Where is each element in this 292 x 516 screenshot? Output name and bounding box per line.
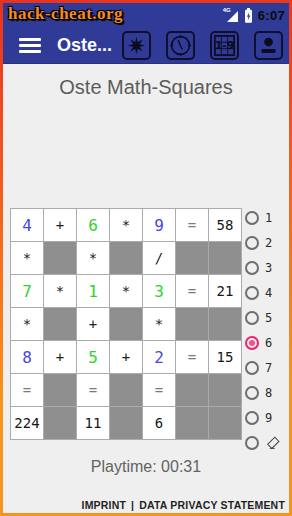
- grid-cell-r7c7: [209, 407, 241, 439]
- grid-cell-r6c2: [44, 374, 76, 406]
- grid-cell-r1c1[interactable]: 4: [11, 209, 43, 241]
- grid-cell-r5c7: 15: [209, 341, 241, 373]
- grid-cell-r7c1: 224: [11, 407, 43, 439]
- number-option-1[interactable]: 1: [245, 205, 281, 230]
- grid-cell-r7c4: [110, 407, 142, 439]
- svg-text:1-9: 1-9: [215, 39, 234, 51]
- grid-cell-r4c1: *: [11, 308, 43, 340]
- app-bar-actions: 1-9: [122, 31, 283, 60]
- option-label: 5: [265, 311, 272, 325]
- one-to-nine-grid-icon: 1-9: [213, 34, 236, 57]
- footer-links: IMPRINT|DATA PRIVACY STATEMENT: [82, 499, 285, 511]
- page-title: Oste Math-Squares: [3, 76, 289, 99]
- footer-separator: |: [131, 499, 134, 511]
- new-puzzle-button[interactable]: [122, 31, 151, 60]
- option-label: 1: [265, 211, 272, 225]
- grid-cell-r4c5: *: [143, 308, 175, 340]
- grid-cell-r6c7: [209, 374, 241, 406]
- number-option-6[interactable]: 6: [245, 330, 281, 355]
- grid-cell-r5c6: =: [176, 341, 208, 373]
- grid-cell-r2c1: *: [11, 242, 43, 274]
- eraser-icon: [265, 435, 281, 451]
- grid-cell-r3c4: *: [110, 275, 142, 307]
- grid-cell-r6c4: [110, 374, 142, 406]
- option-label: 2: [265, 236, 272, 250]
- grid-cell-r7c2: [44, 407, 76, 439]
- grid-cell-r3c1[interactable]: 7: [11, 275, 43, 307]
- option-label: 7: [265, 361, 272, 375]
- radio-icon[interactable]: [245, 286, 259, 300]
- starburst-icon: [126, 35, 147, 56]
- battery-icon: [243, 7, 254, 24]
- app-bar-title: Oste...: [57, 35, 112, 56]
- option-label: 3: [265, 261, 272, 275]
- grid-cell-r2c2: [44, 242, 76, 274]
- status-time: 6:07: [258, 8, 285, 23]
- radio-icon[interactable]: [245, 211, 259, 225]
- grid-cell-r7c3: 11: [77, 407, 109, 439]
- number-option-3[interactable]: 3: [245, 255, 281, 280]
- puzzle-grid: 4+6*9=58**/7*1*3=21*+*8+5+2=15===224116: [10, 208, 242, 440]
- grid-cell-r5c1[interactable]: 8: [11, 341, 43, 373]
- grid-cell-r1c3[interactable]: 6: [77, 209, 109, 241]
- playtime-button[interactable]: [166, 31, 195, 60]
- grid-cell-r2c5: /: [143, 242, 175, 274]
- grid-cell-r2c4: [110, 242, 142, 274]
- number-option-9[interactable]: 9: [245, 405, 281, 430]
- app-screen: hack-cheat.org 4G 6:07 Oste...: [0, 0, 292, 516]
- playtime-label: Playtime: 00:31: [3, 458, 289, 476]
- radio-icon[interactable]: [245, 261, 259, 275]
- grid-cell-r3c3[interactable]: 1: [77, 275, 109, 307]
- grid-cell-r5c4: +: [110, 341, 142, 373]
- eraser-option[interactable]: [245, 430, 281, 455]
- option-label: 8: [265, 386, 272, 400]
- grid-cell-r1c7: 58: [209, 209, 241, 241]
- status-icons: 4G 6:07: [224, 3, 285, 27]
- number-option-5[interactable]: 5: [245, 305, 281, 330]
- grid-cell-r1c4: *: [110, 209, 142, 241]
- option-label: 9: [265, 411, 272, 425]
- radio-selected-icon[interactable]: [245, 336, 259, 350]
- grid-cell-r2c3: *: [77, 242, 109, 274]
- person-icon: [258, 35, 279, 56]
- grid-cell-r4c3: +: [77, 308, 109, 340]
- grid-cell-r5c3[interactable]: 5: [77, 341, 109, 373]
- watermark-text: hack-cheat.org: [8, 4, 123, 24]
- radio-icon[interactable]: [245, 361, 259, 375]
- grid-cell-r6c6: [176, 374, 208, 406]
- grid-cell-r4c2: [44, 308, 76, 340]
- grid-cell-r5c2: +: [44, 341, 76, 373]
- digits-button[interactable]: 1-9: [210, 31, 239, 60]
- clock-icon: [169, 34, 192, 57]
- number-option-4[interactable]: 4: [245, 280, 281, 305]
- grid-cell-r1c6: =: [176, 209, 208, 241]
- grid-cell-r4c6: [176, 308, 208, 340]
- app-bar: Oste...: [3, 27, 289, 64]
- content-area: Oste Math-Squares 4+6*9=58**/7*1*3=21*+*…: [3, 64, 289, 513]
- radio-icon[interactable]: [245, 311, 259, 325]
- grid-cell-r3c2: *: [44, 275, 76, 307]
- profile-button[interactable]: [254, 31, 283, 60]
- number-selector: 123456789: [245, 205, 281, 455]
- grid-cell-r7c5: 6: [143, 407, 175, 439]
- grid-cell-r6c3: =: [77, 374, 109, 406]
- radio-icon[interactable]: [245, 236, 259, 250]
- grid-cell-r1c2: +: [44, 209, 76, 241]
- grid-cell-r4c7: [209, 308, 241, 340]
- grid-cell-r2c6: [176, 242, 208, 274]
- option-label: 4: [265, 286, 272, 300]
- grid-cell-r6c5: =: [143, 374, 175, 406]
- menu-button[interactable]: [19, 38, 41, 53]
- radio-icon[interactable]: [245, 436, 259, 450]
- grid-cell-r2c7: [209, 242, 241, 274]
- grid-cell-r4c4: [110, 308, 142, 340]
- signal-icon: 4G: [224, 8, 239, 23]
- number-option-8[interactable]: 8: [245, 380, 281, 405]
- radio-icon[interactable]: [245, 411, 259, 425]
- grid-cell-r3c5[interactable]: 3: [143, 275, 175, 307]
- grid-cell-r5c5[interactable]: 2: [143, 341, 175, 373]
- grid-cell-r3c7: 21: [209, 275, 241, 307]
- grid-cell-r1c5[interactable]: 9: [143, 209, 175, 241]
- grid-cell-r3c6: =: [176, 275, 208, 307]
- privacy-link[interactable]: DATA PRIVACY STATEMENT: [139, 499, 285, 511]
- number-option-2[interactable]: 2: [245, 230, 281, 255]
- imprint-link[interactable]: IMPRINT: [82, 499, 127, 511]
- grid-cell-r7c6: [176, 407, 208, 439]
- grid-cell-r6c1: =: [11, 374, 43, 406]
- number-option-7[interactable]: 7: [245, 355, 281, 380]
- status-bar: hack-cheat.org 4G 6:07: [3, 3, 289, 27]
- radio-icon[interactable]: [245, 386, 259, 400]
- option-label: 6: [265, 336, 272, 350]
